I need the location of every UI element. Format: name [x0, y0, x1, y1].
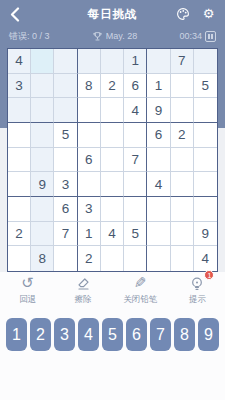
cell-r1c5[interactable] [101, 49, 124, 74]
cell-r6c7[interactable]: 4 [147, 172, 170, 197]
cell-r2c4[interactable]: 8 [78, 74, 101, 99]
cell-r9c4[interactable]: 2 [78, 246, 101, 271]
cell-r2c7[interactable]: 1 [147, 74, 170, 99]
timer: 00:34 [179, 31, 202, 41]
daily-challenge-date: May. 28 [92, 31, 137, 42]
cell-r8c6[interactable]: 5 [124, 222, 147, 247]
pencil-icon: ✎ [134, 275, 147, 292]
cell-r6c9[interactable] [194, 172, 217, 197]
eraser-icon [75, 275, 91, 292]
cell-r3c9[interactable] [194, 98, 217, 123]
sudoku-board: 417382615495626793463271459824 [7, 48, 218, 272]
cell-r9c9[interactable]: 4 [194, 246, 217, 271]
undo-icon: ↺ [21, 275, 34, 292]
cell-r2c2[interactable] [31, 74, 54, 99]
cell-r2c6[interactable]: 6 [124, 74, 147, 99]
cell-r1c8[interactable]: 7 [171, 49, 194, 74]
cell-r5c5[interactable] [101, 148, 124, 173]
cell-r8c2[interactable] [31, 222, 54, 247]
numpad-button-6[interactable]: 6 [126, 318, 148, 351]
cell-r8c3[interactable]: 7 [54, 222, 77, 247]
cell-r3c2[interactable] [31, 98, 54, 123]
cell-r3c7[interactable]: 9 [147, 98, 170, 123]
numpad-button-5[interactable]: 5 [102, 318, 124, 351]
cell-r5c2[interactable] [31, 148, 54, 173]
cell-r5c8[interactable] [171, 148, 194, 173]
numpad-button-9[interactable]: 9 [198, 318, 220, 351]
cell-r1c1[interactable]: 4 [8, 49, 31, 74]
cell-r9c1[interactable] [8, 246, 31, 271]
cell-r1c3[interactable] [54, 49, 77, 74]
cell-r6c4[interactable] [78, 172, 101, 197]
cell-r3c6[interactable]: 4 [124, 98, 147, 123]
cell-r6c8[interactable] [171, 172, 194, 197]
toolbar: ↺ 回退 擦除 ✎ 关闭铅笔 1 [0, 275, 225, 311]
cell-r2c1[interactable]: 3 [8, 74, 31, 99]
hint-badge: 1 [204, 270, 214, 280]
cell-r8c9[interactable]: 9 [194, 222, 217, 247]
cell-r4c1[interactable] [8, 123, 31, 148]
cell-r1c6[interactable]: 1 [124, 49, 147, 74]
cell-r8c5[interactable]: 4 [101, 222, 124, 247]
sudoku-app: 每日挑战 ⚙ 错误: 0 / 3 May. 28 [0, 0, 225, 400]
cell-r1c2[interactable] [31, 49, 54, 74]
numpad-button-8[interactable]: 8 [174, 318, 196, 351]
cell-r4c2[interactable] [31, 123, 54, 148]
cell-r9c7[interactable] [147, 246, 170, 271]
theme-palette-icon[interactable] [175, 6, 190, 21]
cell-r7c2[interactable] [31, 197, 54, 222]
hint-bulb-icon [189, 275, 205, 292]
erase-label: 擦除 [74, 294, 91, 306]
cell-r7c1[interactable] [8, 197, 31, 222]
cell-r4c3[interactable]: 5 [54, 123, 77, 148]
hint-label: 提示 [189, 294, 206, 306]
cell-r6c5[interactable] [101, 172, 124, 197]
numpad-button-1[interactable]: 1 [6, 318, 28, 351]
cell-r8c8[interactable] [171, 222, 194, 247]
cell-r7c8[interactable] [171, 197, 194, 222]
cell-r7c3[interactable]: 6 [54, 197, 77, 222]
cell-r9c8[interactable] [171, 246, 194, 271]
cell-r5c6[interactable]: 7 [124, 148, 147, 173]
cell-r6c6[interactable] [124, 172, 147, 197]
numpad-button-4[interactable]: 4 [78, 318, 100, 351]
status-bar: 错误: 0 / 3 May. 28 00:34 [0, 28, 225, 44]
cell-r9c6[interactable] [124, 246, 147, 271]
cell-r7c5[interactable] [101, 197, 124, 222]
hint-button[interactable]: 1 提示 [182, 275, 212, 306]
cell-r3c1[interactable] [8, 98, 31, 123]
numpad-button-2[interactable]: 2 [30, 318, 52, 351]
numpad-button-7[interactable]: 7 [150, 318, 172, 351]
pencil-toggle-button[interactable]: ✎ 关闭铅笔 [123, 275, 157, 306]
cell-r3c8[interactable] [171, 98, 194, 123]
erase-button[interactable]: 擦除 [68, 275, 98, 306]
cell-r4c9[interactable] [194, 123, 217, 148]
mistakes-counter: 错误: 0 / 3 [9, 30, 50, 43]
cell-r7c9[interactable] [194, 197, 217, 222]
cell-r2c8[interactable] [171, 74, 194, 99]
undo-label: 回退 [19, 294, 36, 306]
numpad-button-3[interactable]: 3 [54, 318, 76, 351]
cell-r5c3[interactable] [54, 148, 77, 173]
pencil-label: 关闭铅笔 [123, 294, 157, 306]
cell-r4c4[interactable] [78, 123, 101, 148]
cell-r6c2[interactable]: 9 [31, 172, 54, 197]
cell-r7c6[interactable] [124, 197, 147, 222]
undo-button[interactable]: ↺ 回退 [13, 275, 43, 306]
cell-r8c1[interactable]: 2 [8, 222, 31, 247]
settings-gear-icon[interactable]: ⚙ [201, 6, 216, 21]
cell-r4c5[interactable] [101, 123, 124, 148]
cell-r8c4[interactable]: 1 [78, 222, 101, 247]
cell-r8c7[interactable] [147, 222, 170, 247]
cell-r3c4[interactable] [78, 98, 101, 123]
cell-r5c7[interactable] [147, 148, 170, 173]
cell-r1c7[interactable] [147, 49, 170, 74]
cell-r5c1[interactable] [8, 148, 31, 173]
cell-r2c3[interactable] [54, 74, 77, 99]
cell-r9c3[interactable] [54, 246, 77, 271]
number-pad: 123456789 [0, 318, 225, 351]
cell-r3c5[interactable] [101, 98, 124, 123]
cell-r6c3[interactable]: 3 [54, 172, 77, 197]
cell-r1c4[interactable] [78, 49, 101, 74]
cell-r9c5[interactable] [101, 246, 124, 271]
cell-r4c8[interactable]: 2 [171, 123, 194, 148]
cell-r7c4[interactable]: 3 [78, 197, 101, 222]
cell-r2c9[interactable]: 5 [194, 74, 217, 99]
cell-r4c7[interactable]: 6 [147, 123, 170, 148]
cell-r9c2[interactable]: 8 [31, 246, 54, 271]
pause-button[interactable] [205, 31, 216, 42]
trophy-icon [92, 31, 103, 42]
cell-r1c9[interactable] [194, 49, 217, 74]
cell-r4c6[interactable] [124, 123, 147, 148]
cell-r6c1[interactable] [8, 172, 31, 197]
header: 每日挑战 ⚙ [0, 0, 225, 27]
cell-r5c9[interactable] [194, 148, 217, 173]
cell-r5c4[interactable]: 6 [78, 148, 101, 173]
cell-r2c5[interactable]: 2 [101, 74, 124, 99]
cell-r3c3[interactable] [54, 98, 77, 123]
cell-r7c7[interactable] [147, 197, 170, 222]
